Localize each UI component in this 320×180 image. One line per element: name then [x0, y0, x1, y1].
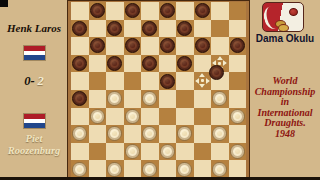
- square-15[interactable]: [229, 37, 247, 55]
- light-square: [194, 20, 212, 38]
- black-man-9[interactable]: [177, 21, 192, 36]
- black-man-8[interactable]: [142, 21, 157, 36]
- white-man-38[interactable]: [142, 126, 157, 141]
- square-26[interactable]: [71, 90, 89, 108]
- white-man-42[interactable]: [125, 144, 140, 159]
- player-name-black: Henk Laros: [0, 22, 68, 34]
- square-18[interactable]: [141, 55, 159, 73]
- square-2[interactable]: [124, 2, 142, 20]
- light-square: [229, 90, 247, 108]
- black-man-15[interactable]: [230, 38, 245, 53]
- black-man-11[interactable]: [90, 38, 105, 53]
- light-square: [106, 37, 124, 55]
- square-44[interactable]: [194, 143, 212, 161]
- light-square: [176, 72, 194, 90]
- square-35[interactable]: [229, 108, 247, 126]
- flag-stripe-blue: [24, 123, 45, 128]
- netherlands-flag-top: [24, 46, 45, 60]
- light-square: [89, 20, 107, 38]
- square-19[interactable]: [176, 55, 194, 73]
- black-man-7[interactable]: [107, 21, 122, 36]
- light-square: [71, 37, 89, 55]
- light-square: [71, 72, 89, 90]
- left-info-panel: Henk Laros 0-2 Piet Roozenburg: [0, 0, 68, 180]
- light-square: [141, 2, 159, 20]
- light-square: [229, 160, 247, 178]
- black-man-19[interactable]: [177, 56, 192, 71]
- black-man-13[interactable]: [160, 38, 175, 53]
- light-square: [124, 160, 142, 178]
- flag-stripe-blue: [24, 55, 45, 60]
- light-square: [211, 108, 229, 126]
- light-square: [124, 20, 142, 38]
- light-square: [89, 160, 107, 178]
- video-corner-artifact: [0, 0, 8, 7]
- channel-name: Dama Okulu: [250, 33, 320, 44]
- square-25[interactable]: [229, 72, 247, 90]
- light-square: [141, 108, 159, 126]
- white-man-43[interactable]: [160, 144, 175, 159]
- white-man-47[interactable]: [107, 162, 122, 177]
- square-11[interactable]: [89, 37, 107, 55]
- square-28[interactable]: [141, 90, 159, 108]
- light-square: [124, 125, 142, 143]
- square-38[interactable]: [141, 125, 159, 143]
- score-white: 2: [38, 74, 44, 88]
- square-16[interactable]: [71, 55, 89, 73]
- square-27[interactable]: [106, 90, 124, 108]
- light-square: [229, 20, 247, 38]
- white-man-31[interactable]: [90, 109, 105, 124]
- black-man-14[interactable]: [195, 38, 210, 53]
- light-square: [89, 55, 107, 73]
- black-man-6[interactable]: [72, 21, 87, 36]
- square-31[interactable]: [89, 108, 107, 126]
- event-line: in: [250, 97, 320, 108]
- black-man-16[interactable]: [72, 56, 87, 71]
- square-4[interactable]: [194, 2, 212, 20]
- light-square: [176, 2, 194, 20]
- light-square: [159, 20, 177, 38]
- square-41[interactable]: [89, 143, 107, 161]
- white-man-49[interactable]: [177, 162, 192, 177]
- black-man-12[interactable]: [125, 38, 140, 53]
- event-line: 1948: [250, 129, 320, 140]
- light-square: [124, 90, 142, 108]
- square-43[interactable]: [159, 143, 177, 161]
- square-39[interactable]: [176, 125, 194, 143]
- light-square: [71, 2, 89, 20]
- square-21[interactable]: [89, 72, 107, 90]
- white-man-36[interactable]: [72, 126, 87, 141]
- light-square: [211, 37, 229, 55]
- square-42[interactable]: [124, 143, 142, 161]
- square-47[interactable]: [106, 160, 124, 178]
- square-24[interactable]: [194, 72, 212, 90]
- square-46[interactable]: [71, 160, 89, 178]
- moving-black-man-20-24[interactable]: [209, 65, 224, 80]
- square-45[interactable]: [229, 143, 247, 161]
- white-man-30[interactable]: [212, 91, 227, 106]
- light-square: [159, 160, 177, 178]
- white-man-28[interactable]: [142, 91, 157, 106]
- black-man-3[interactable]: [160, 3, 175, 18]
- event-line: World: [250, 76, 320, 87]
- light-square: [194, 160, 212, 178]
- light-square: [89, 125, 107, 143]
- light-square: [71, 143, 89, 161]
- square-29[interactable]: [176, 90, 194, 108]
- light-square: [211, 143, 229, 161]
- arrowhead-up-icon: [217, 56, 223, 60]
- player-name-white: Piet Roozenburg: [0, 133, 68, 157]
- arrowhead-right-icon: [223, 60, 227, 66]
- square-14[interactable]: [194, 37, 212, 55]
- arrowhead-right-icon: [206, 78, 210, 84]
- video-bottom-strip: [0, 177, 320, 180]
- light-square: [176, 143, 194, 161]
- light-square: [176, 37, 194, 55]
- square-6[interactable]: [71, 20, 89, 38]
- light-square: [106, 143, 124, 161]
- move-arrow-marker-24: [195, 73, 210, 88]
- square-7[interactable]: [106, 20, 124, 38]
- light-square: [211, 2, 229, 20]
- black-man-23[interactable]: [160, 74, 175, 89]
- black-man-18[interactable]: [142, 56, 157, 71]
- white-man-35[interactable]: [230, 109, 245, 124]
- square-9[interactable]: [176, 20, 194, 38]
- arrow-center-dot: [201, 79, 204, 82]
- event-title: World Championship in International Drau…: [250, 76, 320, 139]
- square-17[interactable]: [106, 55, 124, 73]
- logo-checker-disc: [289, 8, 298, 16]
- white-man-50[interactable]: [212, 162, 227, 177]
- netherlands-flag-bottom: [24, 114, 45, 128]
- arrowhead-up-icon: [199, 73, 205, 77]
- square-36[interactable]: [71, 125, 89, 143]
- square-5[interactable]: [229, 2, 247, 20]
- square-3[interactable]: [159, 2, 177, 20]
- light-square: [71, 108, 89, 126]
- arrowhead-left-icon: [195, 78, 199, 84]
- logo-checker-disc: [278, 24, 289, 32]
- light-square: [229, 55, 247, 73]
- white-man-37[interactable]: [107, 126, 122, 141]
- white-man-45[interactable]: [230, 144, 245, 159]
- draughts-board: [67, 0, 250, 180]
- right-info-panel: Dama Okulu World Championship in Interna…: [250, 0, 320, 180]
- square-12[interactable]: [124, 37, 142, 55]
- black-man-26[interactable]: [72, 91, 87, 106]
- square-34[interactable]: [194, 108, 212, 126]
- light-square: [194, 90, 212, 108]
- light-square: [194, 125, 212, 143]
- light-square: [159, 125, 177, 143]
- square-40[interactable]: [211, 125, 229, 143]
- square-8[interactable]: [141, 20, 159, 38]
- white-man-39[interactable]: [177, 126, 192, 141]
- black-man-2[interactable]: [125, 3, 140, 18]
- white-man-48[interactable]: [142, 162, 157, 177]
- black-man-4[interactable]: [195, 3, 210, 18]
- board-grid: [71, 2, 246, 178]
- light-square: [176, 108, 194, 126]
- white-man-40[interactable]: [212, 126, 227, 141]
- square-22[interactable]: [124, 72, 142, 90]
- square-49[interactable]: [176, 160, 194, 178]
- white-man-32[interactable]: [125, 109, 140, 124]
- square-33[interactable]: [159, 108, 177, 126]
- black-man-1[interactable]: [90, 3, 105, 18]
- square-37[interactable]: [106, 125, 124, 143]
- white-man-46[interactable]: [72, 162, 87, 177]
- light-square: [124, 55, 142, 73]
- light-square: [106, 72, 124, 90]
- score-black: 0-: [24, 74, 34, 88]
- dama-okulu-logo: [262, 2, 304, 32]
- black-man-17[interactable]: [107, 56, 122, 71]
- light-square: [229, 125, 247, 143]
- light-square: [106, 2, 124, 20]
- light-square: [159, 55, 177, 73]
- square-10[interactable]: [211, 20, 229, 38]
- arrowhead-down-icon: [199, 84, 205, 88]
- square-13[interactable]: [159, 37, 177, 55]
- square-23[interactable]: [159, 72, 177, 90]
- light-square: [106, 108, 124, 126]
- square-50[interactable]: [211, 160, 229, 178]
- event-line: Draughts.: [250, 118, 320, 129]
- square-32[interactable]: [124, 108, 142, 126]
- light-square: [159, 90, 177, 108]
- light-square: [141, 37, 159, 55]
- light-square: [141, 72, 159, 90]
- light-square: [141, 143, 159, 161]
- square-1[interactable]: [89, 2, 107, 20]
- square-48[interactable]: [141, 160, 159, 178]
- match-score: 0-2: [0, 74, 68, 89]
- square-30[interactable]: [211, 90, 229, 108]
- white-man-27[interactable]: [107, 91, 122, 106]
- light-square: [89, 90, 107, 108]
